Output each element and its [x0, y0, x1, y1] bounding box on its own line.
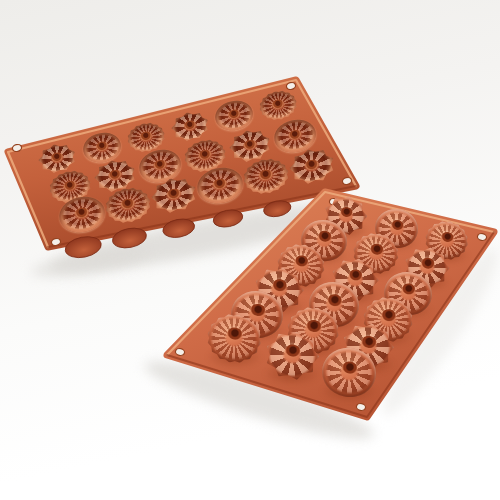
mold-cavity-star	[168, 108, 212, 145]
mold-cavity-swirl	[80, 129, 124, 166]
mold-cavity-star	[36, 140, 80, 177]
mold-cavity-swirl	[271, 116, 319, 156]
mold-cavity-swirl	[212, 98, 256, 135]
mold-cavity-flute	[257, 87, 301, 124]
product-photo-stage	[0, 0, 500, 500]
cavity-and-bump-layer	[0, 0, 500, 500]
mold-cavity-star	[226, 126, 274, 166]
mold-cavity-swirl	[136, 146, 184, 186]
